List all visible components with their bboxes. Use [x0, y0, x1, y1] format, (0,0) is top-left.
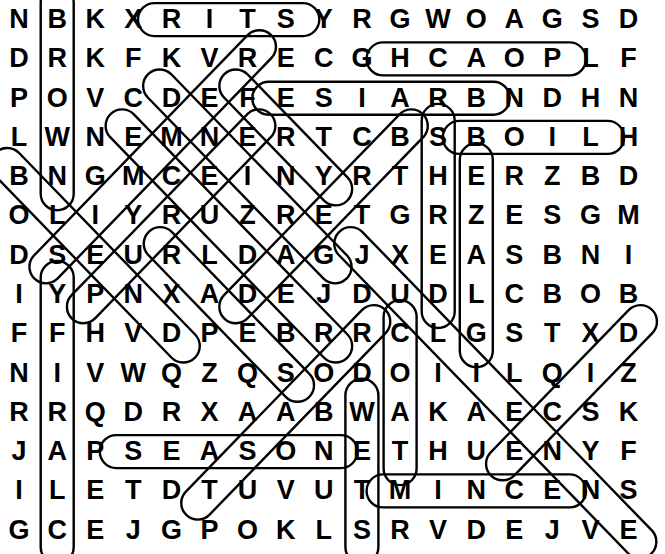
grid-cell-r11c10: W: [343, 393, 381, 432]
grid-cell-r9c14: S: [495, 314, 533, 353]
grid-cell-r8c9: J: [305, 275, 343, 314]
grid-cell-r2c17: F: [610, 39, 648, 78]
grid-cell-r6c9: E: [305, 196, 343, 235]
grid-cell-r3c4: C: [114, 79, 152, 118]
grid-cell-r1c9: Y: [305, 0, 343, 39]
grid-cell-r10c9: O: [305, 353, 343, 392]
grid-cell-r8c11: U: [381, 275, 419, 314]
grid-cell-r6c2: L: [38, 196, 76, 235]
grid-cell-r4c15: I: [533, 118, 571, 157]
grid-cell-r4c13: B: [457, 118, 495, 157]
grid-cell-r11c13: A: [457, 393, 495, 432]
grid-cell-r1c10: R: [343, 0, 381, 39]
grid-cell-r10c17: Z: [610, 353, 648, 392]
grid-cell-r8c6: A: [190, 275, 228, 314]
grid-cell-r7c17: I: [610, 236, 648, 275]
grid-cell-r10c2: I: [38, 353, 76, 392]
grid-cell-r7c12: E: [419, 236, 457, 275]
grid-cell-r10c1: N: [0, 353, 38, 392]
grid-cell-r9c13: G: [457, 314, 495, 353]
grid-cell-r14c12: V: [419, 510, 457, 549]
grid-cell-r13c1: I: [0, 471, 38, 510]
grid-cell-r3c8: E: [267, 79, 305, 118]
grid-cell-r14c9: L: [305, 510, 343, 549]
grid-cell-r8c1: I: [0, 275, 38, 314]
grid-cell-r5c12: H: [419, 157, 457, 196]
grid-cell-r4c8: R: [267, 118, 305, 157]
grid-cell-r13c2: L: [38, 471, 76, 510]
grid-cell-r2c10: G: [343, 39, 381, 78]
grid-cell-r6c10: T: [343, 196, 381, 235]
grid-cell-r14c13: D: [457, 510, 495, 549]
grid-cell-r8c10: D: [343, 275, 381, 314]
grid-cell-r4c7: E: [229, 118, 267, 157]
grid-cell-r5c3: G: [76, 157, 114, 196]
grid-cell-r10c7: Q: [229, 353, 267, 392]
letter-grid: NBKXRITSYRGWOAGSDDRKFKVRECGHCAOPLFPOVCDE…: [0, 0, 648, 550]
grid-cell-r6c1: O: [0, 196, 38, 235]
grid-cell-r3c6: E: [190, 79, 228, 118]
grid-cell-r12c6: A: [190, 432, 228, 471]
grid-cell-r3c10: I: [343, 79, 381, 118]
grid-cell-r3c5: D: [152, 79, 190, 118]
grid-cell-r1c11: G: [381, 0, 419, 39]
grid-cell-r12c10: E: [343, 432, 381, 471]
grid-cell-r7c2: S: [38, 236, 76, 275]
grid-cell-r7c7: D: [229, 236, 267, 275]
grid-cell-r9c3: H: [76, 314, 114, 353]
grid-cell-r4c9: T: [305, 118, 343, 157]
grid-cell-r8c17: B: [610, 275, 648, 314]
grid-cell-r6c14: E: [495, 196, 533, 235]
grid-cell-r10c14: L: [495, 353, 533, 392]
grid-cell-r9c9: R: [305, 314, 343, 353]
grid-cell-r13c5: D: [152, 471, 190, 510]
grid-cell-r12c2: A: [38, 432, 76, 471]
grid-cell-r13c13: N: [457, 471, 495, 510]
grid-cell-r5c1: B: [0, 157, 38, 196]
grid-cell-r5c8: N: [267, 157, 305, 196]
grid-cell-r13c4: T: [114, 471, 152, 510]
grid-cell-r10c6: Z: [190, 353, 228, 392]
grid-cell-r2c4: F: [114, 39, 152, 78]
grid-cell-r7c10: J: [343, 236, 381, 275]
grid-cell-r5c11: T: [381, 157, 419, 196]
grid-cell-r5c7: I: [229, 157, 267, 196]
grid-cell-r1c16: S: [571, 0, 609, 39]
grid-cell-r10c8: S: [267, 353, 305, 392]
grid-cell-r5c15: Z: [533, 157, 571, 196]
grid-cell-r5c10: R: [343, 157, 381, 196]
grid-cell-r7c11: X: [381, 236, 419, 275]
grid-cell-r7c8: A: [267, 236, 305, 275]
grid-cell-r13c7: U: [229, 471, 267, 510]
grid-cell-r5c14: R: [495, 157, 533, 196]
grid-cell-r3c17: N: [610, 79, 648, 118]
grid-cell-r7c6: L: [190, 236, 228, 275]
grid-cell-r6c3: I: [76, 196, 114, 235]
grid-cell-r5c13: E: [457, 157, 495, 196]
grid-cell-r12c12: H: [419, 432, 457, 471]
grid-cell-r10c15: Q: [533, 353, 571, 392]
grid-cell-r11c8: A: [267, 393, 305, 432]
grid-cell-r5c5: C: [152, 157, 190, 196]
grid-cell-r14c1: G: [0, 510, 38, 549]
grid-cell-r3c2: O: [38, 79, 76, 118]
grid-cell-r2c14: O: [495, 39, 533, 78]
grid-cell-r11c7: A: [229, 393, 267, 432]
grid-cell-r4c1: L: [0, 118, 38, 157]
grid-cell-r1c14: A: [495, 0, 533, 39]
grid-cell-r1c12: W: [419, 0, 457, 39]
grid-cell-r14c5: G: [152, 510, 190, 549]
grid-cell-r4c2: W: [38, 118, 76, 157]
grid-cell-r12c11: T: [381, 432, 419, 471]
grid-cell-r4c5: M: [152, 118, 190, 157]
grid-cell-r12c14: E: [495, 432, 533, 471]
grid-cell-r8c16: O: [571, 275, 609, 314]
grid-cell-r3c13: B: [457, 79, 495, 118]
grid-cell-r11c9: B: [305, 393, 343, 432]
grid-cell-r5c4: M: [114, 157, 152, 196]
grid-cell-r13c10: T: [343, 471, 381, 510]
grid-cell-r2c13: A: [457, 39, 495, 78]
grid-cell-r8c2: Y: [38, 275, 76, 314]
grid-cell-r2c5: K: [152, 39, 190, 78]
grid-cell-r3c15: D: [533, 79, 571, 118]
grid-cell-r12c15: N: [533, 432, 571, 471]
grid-cell-r10c4: W: [114, 353, 152, 392]
grid-cell-r11c15: C: [533, 393, 571, 432]
grid-cell-r12c16: Y: [571, 432, 609, 471]
grid-cell-r6c4: Y: [114, 196, 152, 235]
grid-cell-r5c9: Y: [305, 157, 343, 196]
grid-cell-r8c8: E: [267, 275, 305, 314]
grid-cell-r12c4: S: [114, 432, 152, 471]
grid-cell-r9c12: L: [419, 314, 457, 353]
grid-cell-r4c12: S: [419, 118, 457, 157]
grid-cell-r8c5: X: [152, 275, 190, 314]
grid-cell-r7c1: D: [0, 236, 38, 275]
grid-cell-r4c6: N: [190, 118, 228, 157]
grid-cell-r7c4: U: [114, 236, 152, 275]
grid-cell-r12c3: P: [76, 432, 114, 471]
grid-cell-r1c5: R: [152, 0, 190, 39]
grid-cell-r12c1: J: [0, 432, 38, 471]
grid-cell-r2c15: P: [533, 39, 571, 78]
grid-cell-r10c10: D: [343, 353, 381, 392]
grid-cell-r1c13: O: [457, 0, 495, 39]
grid-cell-r13c16: N: [571, 471, 609, 510]
grid-cell-r8c7: D: [229, 275, 267, 314]
grid-cell-r9c17: D: [610, 314, 648, 353]
grid-cell-r3c7: F: [229, 79, 267, 118]
grid-cell-r3c1: P: [0, 79, 38, 118]
grid-cell-r12c7: S: [229, 432, 267, 471]
grid-cell-r11c11: A: [381, 393, 419, 432]
grid-cell-r9c10: R: [343, 314, 381, 353]
grid-cell-r2c2: R: [38, 39, 76, 78]
grid-cell-r6c16: G: [571, 196, 609, 235]
grid-cell-r1c17: D: [610, 0, 648, 39]
grid-cell-r11c4: D: [114, 393, 152, 432]
grid-cell-r9c16: X: [571, 314, 609, 353]
grid-cell-r3c14: N: [495, 79, 533, 118]
grid-cell-r1c3: K: [76, 0, 114, 39]
word-search-board: NBKXRITSYRGWOAGSDDRKFKVRECGHCAOPLFPOVCDE…: [0, 0, 665, 554]
grid-cell-r9c7: E: [229, 314, 267, 353]
grid-cell-r14c3: E: [76, 510, 114, 549]
grid-cell-r14c6: P: [190, 510, 228, 549]
grid-cell-r9c5: D: [152, 314, 190, 353]
grid-cell-r9c15: T: [533, 314, 571, 353]
grid-cell-r6c12: R: [419, 196, 457, 235]
grid-cell-r6c17: M: [610, 196, 648, 235]
grid-cell-r12c17: F: [610, 432, 648, 471]
grid-cell-r11c14: E: [495, 393, 533, 432]
grid-cell-r5c16: B: [571, 157, 609, 196]
grid-cell-r12c13: U: [457, 432, 495, 471]
grid-cell-r13c6: T: [190, 471, 228, 510]
grid-cell-r6c11: G: [381, 196, 419, 235]
grid-cell-r9c11: C: [381, 314, 419, 353]
grid-cell-r13c3: E: [76, 471, 114, 510]
grid-cell-r13c8: V: [267, 471, 305, 510]
grid-cell-r11c2: R: [38, 393, 76, 432]
grid-cell-r10c16: I: [571, 353, 609, 392]
grid-cell-r13c15: E: [533, 471, 571, 510]
grid-cell-r1c1: N: [0, 0, 38, 39]
grid-cell-r7c15: B: [533, 236, 571, 275]
grid-cell-r1c6: I: [190, 0, 228, 39]
grid-cell-r7c14: S: [495, 236, 533, 275]
grid-cell-r12c5: E: [152, 432, 190, 471]
grid-cell-r4c11: B: [381, 118, 419, 157]
grid-cell-r14c4: J: [114, 510, 152, 549]
grid-cell-r8c15: B: [533, 275, 571, 314]
grid-cell-r14c16: V: [571, 510, 609, 549]
grid-cell-r1c2: B: [38, 0, 76, 39]
grid-cell-r13c9: U: [305, 471, 343, 510]
grid-cell-r5c17: D: [610, 157, 648, 196]
grid-cell-r8c14: C: [495, 275, 533, 314]
grid-cell-r12c9: N: [305, 432, 343, 471]
grid-cell-r10c12: I: [419, 353, 457, 392]
grid-cell-r8c3: P: [76, 275, 114, 314]
grid-cell-r6c5: R: [152, 196, 190, 235]
grid-cell-r14c17: E: [610, 510, 648, 549]
grid-cell-r7c9: G: [305, 236, 343, 275]
grid-cell-r2c12: C: [419, 39, 457, 78]
grid-cell-r8c12: D: [419, 275, 457, 314]
grid-cell-r14c10: S: [343, 510, 381, 549]
grid-cell-r8c13: L: [457, 275, 495, 314]
grid-cell-r10c5: Q: [152, 353, 190, 392]
grid-cell-r13c14: C: [495, 471, 533, 510]
grid-cell-r10c13: I: [457, 353, 495, 392]
grid-cell-r10c3: V: [76, 353, 114, 392]
grid-cell-r9c2: F: [38, 314, 76, 353]
grid-cell-r9c8: B: [267, 314, 305, 353]
grid-cell-r14c7: O: [229, 510, 267, 549]
grid-cell-r4c17: H: [610, 118, 648, 157]
grid-cell-r11c17: K: [610, 393, 648, 432]
grid-cell-r4c3: N: [76, 118, 114, 157]
grid-cell-r13c12: I: [419, 471, 457, 510]
grid-cell-r11c6: X: [190, 393, 228, 432]
grid-cell-r9c1: F: [0, 314, 38, 353]
grid-cell-r14c15: J: [533, 510, 571, 549]
grid-cell-r2c9: C: [305, 39, 343, 78]
grid-cell-r11c1: R: [0, 393, 38, 432]
grid-cell-r9c4: V: [114, 314, 152, 353]
grid-cell-r7c16: N: [571, 236, 609, 275]
grid-cell-r4c14: O: [495, 118, 533, 157]
grid-cell-r14c14: E: [495, 510, 533, 549]
grid-cell-r1c8: S: [267, 0, 305, 39]
grid-cell-r6c15: S: [533, 196, 571, 235]
grid-cell-r9c6: P: [190, 314, 228, 353]
grid-cell-r13c17: S: [610, 471, 648, 510]
grid-cell-r3c16: H: [571, 79, 609, 118]
grid-cell-r2c6: V: [190, 39, 228, 78]
grid-cell-r6c7: Z: [229, 196, 267, 235]
grid-cell-r10c11: O: [381, 353, 419, 392]
grid-cell-r2c16: L: [571, 39, 609, 78]
grid-cell-r7c3: E: [76, 236, 114, 275]
grid-cell-r5c6: E: [190, 157, 228, 196]
grid-cell-r8c4: N: [114, 275, 152, 314]
grid-cell-r1c4: X: [114, 0, 152, 39]
grid-cell-r1c15: G: [533, 0, 571, 39]
grid-cell-r14c11: R: [381, 510, 419, 549]
grid-cell-r13c11: M: [381, 471, 419, 510]
grid-cell-r14c8: K: [267, 510, 305, 549]
grid-cell-r4c4: E: [114, 118, 152, 157]
grid-cell-r1c7: T: [229, 0, 267, 39]
grid-cell-r3c11: A: [381, 79, 419, 118]
grid-cell-r3c3: V: [76, 79, 114, 118]
grid-cell-r5c2: N: [38, 157, 76, 196]
grid-cell-r2c11: H: [381, 39, 419, 78]
grid-cell-r3c9: S: [305, 79, 343, 118]
grid-cell-r11c3: Q: [76, 393, 114, 432]
grid-cell-r11c12: K: [419, 393, 457, 432]
grid-cell-r7c13: A: [457, 236, 495, 275]
grid-cell-r2c7: R: [229, 39, 267, 78]
grid-cell-r7c5: R: [152, 236, 190, 275]
grid-cell-r11c16: S: [571, 393, 609, 432]
grid-cell-r4c10: C: [343, 118, 381, 157]
grid-cell-r6c6: U: [190, 196, 228, 235]
grid-cell-r6c8: R: [267, 196, 305, 235]
grid-cell-r4c16: L: [571, 118, 609, 157]
grid-cell-r3c12: R: [419, 79, 457, 118]
grid-cell-r12c8: O: [267, 432, 305, 471]
grid-cell-r11c5: R: [152, 393, 190, 432]
grid-cell-r6c13: Z: [457, 196, 495, 235]
grid-cell-r2c1: D: [0, 39, 38, 78]
grid-cell-r14c2: C: [38, 510, 76, 549]
grid-cell-r2c8: E: [267, 39, 305, 78]
grid-cell-r2c3: K: [76, 39, 114, 78]
